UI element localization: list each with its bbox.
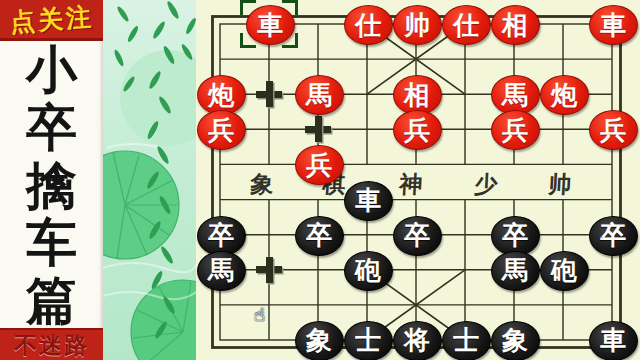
piece-red-chariot[interactable]: 車 [246,5,295,45]
piece-black-elephant[interactable]: 象 [491,321,540,360]
banner-title: 小卒擒车篇 [0,41,103,331]
piece-red-horse[interactable]: 馬 [491,75,540,115]
banner-top: 点关注 [0,0,103,41]
piece-red-elephant[interactable]: 相 [393,75,442,115]
river-watermark-char: 神 [397,169,425,200]
river-watermark-char: 少 [472,169,500,200]
point-marker-icon [256,81,282,107]
video-frame: 点关注 小卒擒车篇 不迷路 象棋神少帅車仕帅仕相車炮馬相馬炮兵兵兵兵兵車卒卒卒卒… [0,0,640,360]
piece-black-soldier[interactable]: 卒 [295,216,344,256]
piece-black-chariot[interactable]: 車 [344,181,393,221]
piece-black-elephant[interactable]: 象 [295,321,344,360]
piece-red-soldier[interactable]: 兵 [197,110,246,150]
piece-red-soldier[interactable]: 兵 [393,110,442,150]
banner-title-char: 车 [26,216,77,271]
piece-black-cannon[interactable]: 砲 [540,251,589,291]
banner-title-char: 篇 [26,274,77,329]
piece-black-horse[interactable]: 馬 [197,251,246,291]
piece-red-general[interactable]: 帅 [393,5,442,45]
piece-black-soldier[interactable]: 卒 [589,216,638,256]
piece-red-cannon[interactable]: 炮 [540,75,589,115]
piece-red-elephant[interactable]: 相 [491,5,540,45]
piece-red-horse[interactable]: 馬 [295,75,344,115]
piece-black-cannon[interactable]: 砲 [344,251,393,291]
banner-title-char: 擒 [26,159,77,214]
piece-black-soldier[interactable]: 卒 [197,216,246,256]
banner-bottom-text: 不迷路 [14,330,89,360]
piece-red-cannon[interactable]: 炮 [197,75,246,115]
piece-black-horse[interactable]: 馬 [491,251,540,291]
piece-black-advisor[interactable]: 士 [344,321,393,360]
banner-title-char: 小 [26,43,77,98]
piece-red-soldier[interactable]: 兵 [295,145,344,185]
left-banner: 点关注 小卒擒车篇 不迷路 [0,0,103,360]
piece-red-chariot[interactable]: 車 [589,5,638,45]
point-marker-icon [256,257,282,283]
piece-black-chariot[interactable]: 車 [589,321,638,360]
piece-black-advisor[interactable]: 士 [442,321,491,360]
banner-top-text: 点关注 [8,0,94,38]
point-marker-icon [305,116,331,142]
piece-red-soldier[interactable]: 兵 [491,110,540,150]
river-watermark-char: 象 [248,169,276,200]
piece-black-soldier[interactable]: 卒 [491,216,540,256]
banner-bottom: 不迷路 [0,328,103,360]
piece-red-soldier[interactable]: 兵 [589,110,638,150]
piece-red-advisor[interactable]: 仕 [344,5,393,45]
banner-title-char: 卒 [26,101,77,156]
piece-black-general[interactable]: 将 [393,321,442,360]
river-watermark-char: 帅 [546,169,574,200]
piece-red-advisor[interactable]: 仕 [442,5,491,45]
hand-cursor-icon: ☝ [254,304,265,325]
piece-black-soldier[interactable]: 卒 [393,216,442,256]
